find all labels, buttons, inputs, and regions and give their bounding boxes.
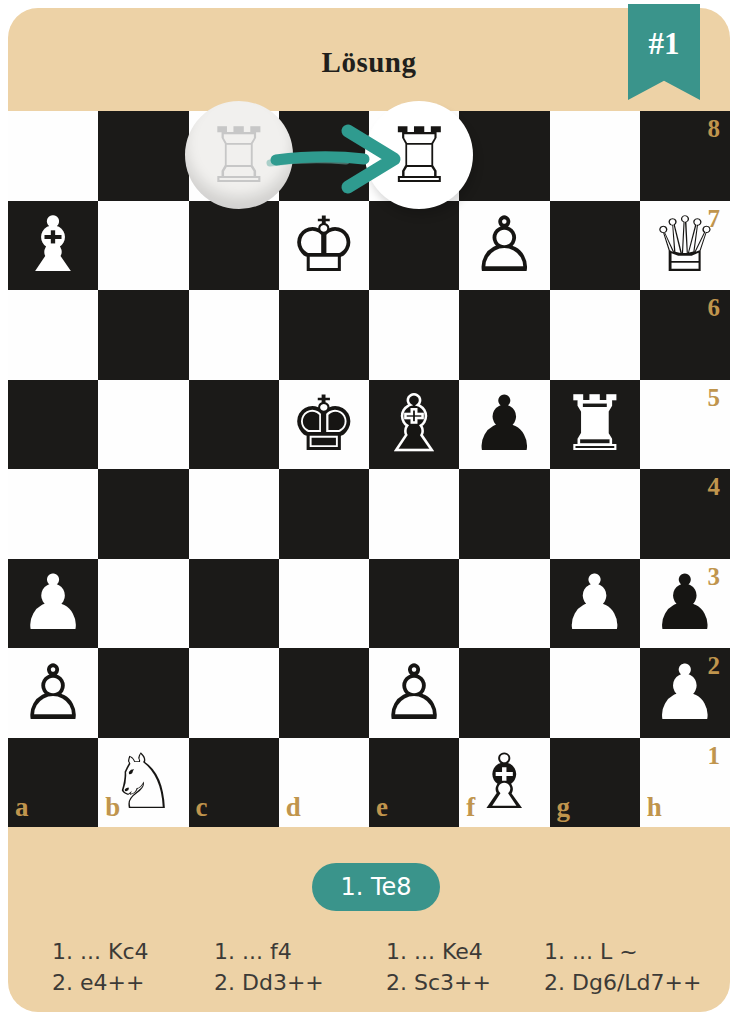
square-g8: [550, 111, 640, 201]
variation-line: 2. Sc3++: [386, 967, 491, 998]
square-c5: [189, 380, 279, 470]
variations: 1. ... Kc4 2. e4++ 1. ... f4 2. Dd3++ 1.…: [8, 936, 738, 1006]
square-a5: [8, 380, 98, 470]
file-label-d: d: [286, 794, 301, 821]
variation-line: 1. ... f4: [214, 936, 324, 967]
piece-black-pawn-f5: ♟: [459, 380, 549, 470]
piece-white-pawn-a2: ♙: [8, 648, 98, 738]
file-label-h: h: [647, 794, 662, 821]
piece-white-pawn-e2: ♙: [369, 648, 459, 738]
square-b4: [98, 469, 188, 559]
chess-board: ♖♖♝♔♙♕♚♝♟♜♟♟♟♙♙♟♘♗abcdefgh87654321: [8, 111, 730, 827]
square-c2: [189, 648, 279, 738]
square-c4: [189, 469, 279, 559]
square-f4: [459, 469, 549, 559]
solution-card: Lösung #1 ♖♖♝♔♙♕♚♝♟♜♟♟♟♙♙♟♘♗abcdefgh8765…: [8, 8, 730, 1012]
square-f6: [459, 290, 549, 380]
square-d6: [279, 290, 369, 380]
variation-line: 2. Dg6/Ld7++: [544, 967, 701, 998]
piece-white-rook-c8-ghost: ♖: [194, 111, 284, 201]
square-g4: [550, 469, 640, 559]
square-a4: [8, 469, 98, 559]
square-g2: [550, 648, 640, 738]
rank-label-3: 3: [708, 564, 721, 589]
square-e7: [369, 201, 459, 291]
square-d2: [279, 648, 369, 738]
piece-white-bishop-a7: ♝: [8, 201, 98, 291]
puzzle-number-ribbon: #1: [628, 4, 700, 100]
square-b8: [98, 111, 188, 201]
file-label-e: e: [376, 794, 388, 821]
piece-white-pawn-a3: ♟: [8, 559, 98, 649]
square-b6: [98, 290, 188, 380]
square-g6: [550, 290, 640, 380]
rank-label-6: 6: [708, 295, 721, 320]
variation-line: 1. ... Kc4: [52, 936, 148, 967]
file-label-g: g: [557, 794, 571, 821]
square-e4: [369, 469, 459, 559]
piece-black-king-d5: ♚: [279, 380, 369, 470]
rank-label-2: 2: [708, 653, 721, 678]
piece-white-king-d7: ♔: [279, 201, 369, 291]
piece-white-rook-e8: ♖: [374, 111, 464, 201]
square-e6: [369, 290, 459, 380]
square-a6: [8, 290, 98, 380]
square-b3: [98, 559, 188, 649]
variation-column-1: 1. ... Kc4 2. e4++: [52, 936, 148, 998]
square-b7: [98, 201, 188, 291]
rank-label-5: 5: [708, 385, 721, 410]
square-e3: [369, 559, 459, 649]
square-d4: [279, 469, 369, 559]
square-c3: [189, 559, 279, 649]
file-label-f: f: [466, 794, 475, 821]
variation-line: 2. e4++: [52, 967, 148, 998]
rank-label-4: 4: [708, 474, 721, 499]
piece-white-rook-g5: ♜: [550, 380, 640, 470]
file-label-b: b: [105, 794, 120, 821]
variation-line: 1. ... L ~: [544, 936, 701, 967]
variation-line: 1. ... Ke4: [386, 936, 491, 967]
variation-column-4: 1. ... L ~ 2. Dg6/Ld7++: [544, 936, 701, 998]
solution-move-label: 1. Te8: [340, 873, 411, 901]
rank-label-7: 7: [708, 206, 721, 231]
variation-column-2: 1. ... f4 2. Dd3++: [214, 936, 324, 998]
page-title: Lösung: [8, 46, 730, 79]
rank-label-1: 1: [708, 743, 721, 768]
rank-label-8: 8: [708, 116, 721, 141]
square-c7: [189, 201, 279, 291]
square-g7: [550, 201, 640, 291]
puzzle-number-label: #1: [649, 26, 680, 78]
square-b2: [98, 648, 188, 738]
file-label-c: c: [196, 794, 208, 821]
square-c6: [189, 290, 279, 380]
piece-white-pawn-g3: ♟: [550, 559, 640, 649]
square-d3: [279, 559, 369, 649]
square-b5: [98, 380, 188, 470]
file-label-a: a: [15, 794, 29, 821]
page: { "game": "chess", "card": { "title": "L…: [0, 0, 738, 1020]
square-f2: [459, 648, 549, 738]
variation-line: 2. Dd3++: [214, 967, 324, 998]
piece-white-pawn-f7: ♙: [459, 201, 549, 291]
solution-move-pill: 1. Te8: [312, 863, 440, 911]
piece-black-bishop-e5: ♝: [369, 380, 459, 470]
variation-column-3: 1. ... Ke4 2. Sc3++: [386, 936, 491, 998]
square-a8: [8, 111, 98, 201]
square-f3: [459, 559, 549, 649]
